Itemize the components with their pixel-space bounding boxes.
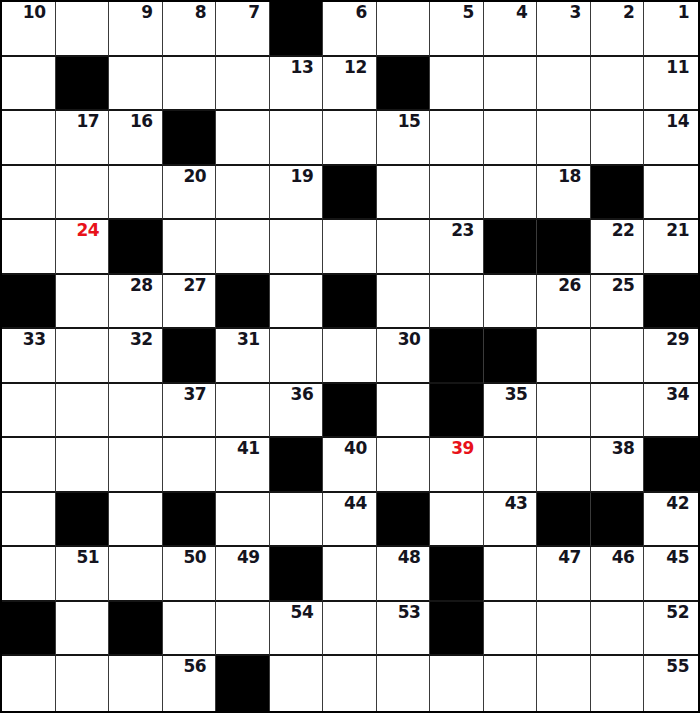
black-cell-r5c6	[323, 275, 377, 330]
crossword-cell-r12c7[interactable]	[377, 656, 431, 711]
clue-number-45: 45	[666, 548, 689, 568]
crossword-cell-r3c9[interactable]	[484, 166, 538, 221]
black-cell-r9c11	[591, 493, 645, 548]
black-cell-r5c4	[216, 275, 270, 330]
clue-number-47: 47	[558, 548, 581, 568]
crossword-cell-r4c8[interactable]: 23	[430, 220, 484, 275]
clue-number-32: 32	[130, 330, 153, 350]
clue-number-16: 16	[130, 112, 153, 132]
crossword-cell-r7c12[interactable]: 34	[644, 384, 698, 439]
crossword-cell-r12c0[interactable]	[2, 656, 56, 711]
clue-number-34: 34	[666, 385, 689, 405]
crossword-cell-r4c5[interactable]	[270, 220, 324, 275]
clue-number-1: 1	[678, 3, 689, 23]
crossword-cell-r8c6[interactable]: 40	[323, 438, 377, 493]
crossword-cell-r7c7[interactable]	[377, 384, 431, 439]
crossword-cell-r10c9[interactable]	[484, 547, 538, 602]
crossword-cell-r2c0[interactable]	[2, 111, 56, 166]
crossword-cell-r9c2[interactable]	[109, 493, 163, 548]
crossword-cell-r5c10[interactable]: 26	[537, 275, 591, 330]
crossword-cell-r4c12[interactable]: 21	[644, 220, 698, 275]
black-cell-r1c1	[56, 57, 110, 112]
crossword-cell-r4c4[interactable]	[216, 220, 270, 275]
clue-number-4: 4	[516, 3, 527, 23]
clue-number-37: 37	[183, 385, 206, 405]
crossword-cell-r12c12[interactable]: 55	[644, 656, 698, 711]
crossword-cell-r12c5[interactable]	[270, 656, 324, 711]
crossword-cell-r3c3[interactable]: 20	[163, 166, 217, 221]
clue-number-12: 12	[344, 58, 367, 78]
black-cell-r1c7	[377, 57, 431, 112]
clue-number-17: 17	[76, 112, 99, 132]
crossword-cell-r1c4[interactable]	[216, 57, 270, 112]
clue-number-2: 2	[623, 3, 634, 23]
crossword-cell-r11c6[interactable]	[323, 602, 377, 657]
clue-number-35: 35	[505, 385, 528, 405]
crossword-cell-r3c12[interactable]	[644, 166, 698, 221]
clue-number-46: 46	[612, 548, 635, 568]
clue-number-11: 11	[666, 58, 689, 78]
crossword-cell-r0c3[interactable]: 8	[163, 2, 217, 57]
crossword-cell-r2c6[interactable]	[323, 111, 377, 166]
clue-number-20: 20	[183, 167, 206, 187]
crossword-cell-r12c3[interactable]: 56	[163, 656, 217, 711]
crossword-cell-r7c10[interactable]	[537, 384, 591, 439]
crossword-cell-r0c12[interactable]: 1	[644, 2, 698, 57]
crossword-cell-r9c5[interactable]	[270, 493, 324, 548]
black-cell-r3c6	[323, 166, 377, 221]
crossword-cell-r1c10[interactable]	[537, 57, 591, 112]
crossword-cell-r2c9[interactable]	[484, 111, 538, 166]
crossword-cell-r12c8[interactable]	[430, 656, 484, 711]
crossword-cell-r6c5[interactable]	[270, 329, 324, 384]
crossword-cell-r1c9[interactable]	[484, 57, 538, 112]
black-cell-r4c10	[537, 220, 591, 275]
crossword-cell-r7c0[interactable]	[2, 384, 56, 439]
clue-number-25: 25	[612, 276, 635, 296]
crossword-cell-r10c0[interactable]	[2, 547, 56, 602]
clue-number-24: 24	[76, 221, 99, 241]
crossword-cell-r10c2[interactable]	[109, 547, 163, 602]
crossword-cell-r4c7[interactable]	[377, 220, 431, 275]
crossword-cell-r0c1[interactable]	[56, 2, 110, 57]
black-cell-r8c12	[644, 438, 698, 493]
clue-number-54: 54	[291, 603, 314, 623]
crossword-board: 1098765432113121117161514201918242322212…	[0, 0, 700, 713]
black-cell-r6c3	[163, 329, 217, 384]
crossword-cell-r0c10[interactable]: 3	[537, 2, 591, 57]
crossword-cell-r8c2[interactable]	[109, 438, 163, 493]
black-cell-r7c6	[323, 384, 377, 439]
clue-number-48: 48	[398, 548, 421, 568]
black-cell-r11c0	[2, 602, 56, 657]
crossword-cell-r5c8[interactable]	[430, 275, 484, 330]
crossword-cell-r2c10[interactable]	[537, 111, 591, 166]
black-cell-r10c8	[430, 547, 484, 602]
crossword-cell-r10c7[interactable]: 48	[377, 547, 431, 602]
crossword-cell-r2c4[interactable]	[216, 111, 270, 166]
clue-number-53: 53	[398, 603, 421, 623]
crossword-cell-r12c11[interactable]	[591, 656, 645, 711]
crossword-cell-r5c2[interactable]: 28	[109, 275, 163, 330]
black-cell-r9c1	[56, 493, 110, 548]
crossword-cell-r3c0[interactable]	[2, 166, 56, 221]
clue-number-49: 49	[237, 548, 260, 568]
crossword-cell-r6c12[interactable]: 29	[644, 329, 698, 384]
crossword-cell-r9c0[interactable]	[2, 493, 56, 548]
crossword-cell-r11c12[interactable]: 52	[644, 602, 698, 657]
clue-number-26: 26	[558, 276, 581, 296]
crossword-cell-r10c1[interactable]: 51	[56, 547, 110, 602]
clue-number-13: 13	[291, 58, 314, 78]
crossword-cell-r5c7[interactable]	[377, 275, 431, 330]
clue-number-14: 14	[666, 112, 689, 132]
black-cell-r9c7	[377, 493, 431, 548]
crossword-cell-r1c2[interactable]	[109, 57, 163, 112]
black-cell-r3c11	[591, 166, 645, 221]
crossword-cell-r9c12[interactable]: 42	[644, 493, 698, 548]
crossword-cell-r10c10[interactable]: 47	[537, 547, 591, 602]
crossword-cell-r0c6[interactable]: 6	[323, 2, 377, 57]
clue-number-9: 9	[141, 3, 152, 23]
crossword-cell-r7c1[interactable]	[56, 384, 110, 439]
crossword-cell-r12c10[interactable]	[537, 656, 591, 711]
clue-number-40: 40	[344, 439, 367, 459]
crossword-cell-r7c2[interactable]	[109, 384, 163, 439]
crossword-cell-r11c4[interactable]	[216, 602, 270, 657]
crossword-cell-r1c8[interactable]	[430, 57, 484, 112]
black-cell-r6c9	[484, 329, 538, 384]
crossword-cell-r1c3[interactable]	[163, 57, 217, 112]
crossword-cell-r0c7[interactable]	[377, 2, 431, 57]
clue-number-39: 39	[451, 439, 474, 459]
crossword-cell-r0c9[interactable]: 4	[484, 2, 538, 57]
crossword-cell-r10c12[interactable]: 45	[644, 547, 698, 602]
crossword-cell-r5c1[interactable]	[56, 275, 110, 330]
clue-number-30: 30	[398, 330, 421, 350]
crossword-cell-r5c11[interactable]: 25	[591, 275, 645, 330]
clue-number-33: 33	[23, 330, 46, 350]
crossword-cell-r10c4[interactable]: 49	[216, 547, 270, 602]
clue-number-6: 6	[355, 3, 366, 23]
crossword-cell-r6c2[interactable]: 32	[109, 329, 163, 384]
clue-number-10: 10	[23, 3, 46, 23]
black-cell-r9c10	[537, 493, 591, 548]
clue-number-23: 23	[451, 221, 474, 241]
black-cell-r4c9	[484, 220, 538, 275]
crossword-cell-r8c11[interactable]: 38	[591, 438, 645, 493]
crossword-cell-r6c10[interactable]	[537, 329, 591, 384]
crossword-cell-r11c3[interactable]	[163, 602, 217, 657]
clue-number-21: 21	[666, 221, 689, 241]
black-cell-r7c8	[430, 384, 484, 439]
crossword-cell-r10c3[interactable]: 50	[163, 547, 217, 602]
crossword-cell-r7c9[interactable]: 35	[484, 384, 538, 439]
crossword-cell-r11c7[interactable]: 53	[377, 602, 431, 657]
crossword-cell-r11c5[interactable]: 54	[270, 602, 324, 657]
black-cell-r9c3	[163, 493, 217, 548]
crossword-cell-r12c1[interactable]	[56, 656, 110, 711]
clue-number-3: 3	[570, 3, 581, 23]
crossword-cell-r1c11[interactable]	[591, 57, 645, 112]
crossword-cell-r3c10[interactable]: 18	[537, 166, 591, 221]
crossword-cell-r9c8[interactable]	[430, 493, 484, 548]
crossword-cell-r10c11[interactable]: 46	[591, 547, 645, 602]
crossword-cell-r6c11[interactable]	[591, 329, 645, 384]
clue-number-29: 29	[666, 330, 689, 350]
clue-number-42: 42	[666, 494, 689, 514]
black-cell-r12c4	[216, 656, 270, 711]
crossword-cell-r8c0[interactable]	[2, 438, 56, 493]
clue-number-22: 22	[612, 221, 635, 241]
black-cell-r11c8	[430, 602, 484, 657]
crossword-cell-r3c7[interactable]	[377, 166, 431, 221]
crossword-cell-r11c11[interactable]	[591, 602, 645, 657]
clue-number-19: 19	[291, 167, 314, 187]
crossword-cell-r6c7[interactable]: 30	[377, 329, 431, 384]
crossword-cell-r4c6[interactable]	[323, 220, 377, 275]
crossword-cell-r5c9[interactable]	[484, 275, 538, 330]
crossword-cell-r9c6[interactable]: 44	[323, 493, 377, 548]
crossword-cell-r2c1[interactable]: 17	[56, 111, 110, 166]
crossword-cell-r8c4[interactable]: 41	[216, 438, 270, 493]
crossword-cell-r0c2[interactable]: 9	[109, 2, 163, 57]
crossword-cell-r6c0[interactable]: 33	[2, 329, 56, 384]
crossword-cell-r8c9[interactable]	[484, 438, 538, 493]
clue-number-31: 31	[237, 330, 260, 350]
crossword-cell-r4c0[interactable]	[2, 220, 56, 275]
clue-number-5: 5	[463, 3, 474, 23]
crossword-cell-r2c7[interactable]: 15	[377, 111, 431, 166]
crossword-cell-r11c9[interactable]	[484, 602, 538, 657]
crossword-cell-r8c7[interactable]	[377, 438, 431, 493]
crossword-cell-r9c9[interactable]: 43	[484, 493, 538, 548]
crossword-cell-r12c6[interactable]	[323, 656, 377, 711]
black-cell-r4c2	[109, 220, 163, 275]
crossword-cell-r2c12[interactable]: 14	[644, 111, 698, 166]
crossword-cell-r3c8[interactable]	[430, 166, 484, 221]
black-cell-r5c0	[2, 275, 56, 330]
crossword-cell-r10c6[interactable]	[323, 547, 377, 602]
crossword-cell-r1c12[interactable]: 11	[644, 57, 698, 112]
crossword-cell-r5c3[interactable]: 27	[163, 275, 217, 330]
crossword-cell-r7c5[interactable]: 36	[270, 384, 324, 439]
crossword-cell-r5c5[interactable]	[270, 275, 324, 330]
crossword-cell-r6c6[interactable]	[323, 329, 377, 384]
black-cell-r0c5	[270, 2, 324, 57]
crossword-cell-r8c8[interactable]: 39	[430, 438, 484, 493]
clue-number-55: 55	[666, 657, 689, 677]
black-cell-r6c8	[430, 329, 484, 384]
clue-number-52: 52	[666, 603, 689, 623]
clue-number-18: 18	[558, 167, 581, 187]
clue-number-15: 15	[398, 112, 421, 132]
clue-number-8: 8	[195, 3, 206, 23]
crossword-cell-r7c4[interactable]	[216, 384, 270, 439]
crossword-cell-r3c4[interactable]	[216, 166, 270, 221]
clue-number-27: 27	[183, 276, 206, 296]
crossword-cell-r7c3[interactable]: 37	[163, 384, 217, 439]
crossword-cell-r1c5[interactable]: 13	[270, 57, 324, 112]
crossword-cell-r8c3[interactable]	[163, 438, 217, 493]
crossword-cell-r0c0[interactable]: 10	[2, 2, 56, 57]
clue-number-36: 36	[291, 385, 314, 405]
black-cell-r11c2	[109, 602, 163, 657]
crossword-cell-r2c11[interactable]	[591, 111, 645, 166]
crossword-cell-r0c4[interactable]: 7	[216, 2, 270, 57]
crossword-cell-r11c1[interactable]	[56, 602, 110, 657]
crossword-cell-r2c5[interactable]	[270, 111, 324, 166]
crossword-cell-r9c4[interactable]	[216, 493, 270, 548]
black-cell-r10c5	[270, 547, 324, 602]
clue-number-43: 43	[505, 494, 528, 514]
clue-number-41: 41	[237, 439, 260, 459]
crossword-cell-r1c6[interactable]: 12	[323, 57, 377, 112]
crossword-cell-r8c10[interactable]	[537, 438, 591, 493]
black-cell-r8c5	[270, 438, 324, 493]
crossword-cell-r1c0[interactable]	[2, 57, 56, 112]
crossword-cell-r4c11[interactable]: 22	[591, 220, 645, 275]
crossword-cell-r11c10[interactable]	[537, 602, 591, 657]
clue-number-51: 51	[76, 548, 99, 568]
crossword-cell-r8c1[interactable]	[56, 438, 110, 493]
crossword-cell-r12c9[interactable]	[484, 656, 538, 711]
crossword-cell-r3c1[interactable]	[56, 166, 110, 221]
crossword-cell-r4c1[interactable]: 24	[56, 220, 110, 275]
clue-number-28: 28	[130, 276, 153, 296]
crossword-cell-r6c1[interactable]	[56, 329, 110, 384]
crossword-cell-r0c11[interactable]: 2	[591, 2, 645, 57]
black-cell-r5c12	[644, 275, 698, 330]
crossword-cell-r6c4[interactable]: 31	[216, 329, 270, 384]
black-cell-r2c3	[163, 111, 217, 166]
crossword-cell-r2c8[interactable]	[430, 111, 484, 166]
clue-number-56: 56	[183, 657, 206, 677]
crossword-cell-r4c3[interactable]	[163, 220, 217, 275]
crossword-cell-r2c2[interactable]: 16	[109, 111, 163, 166]
clue-number-44: 44	[344, 494, 367, 514]
crossword-cell-r7c11[interactable]	[591, 384, 645, 439]
crossword-cell-r3c5[interactable]: 19	[270, 166, 324, 221]
clue-number-7: 7	[248, 3, 259, 23]
crossword-cell-r12c2[interactable]	[109, 656, 163, 711]
clue-number-38: 38	[612, 439, 635, 459]
crossword-cell-r3c2[interactable]	[109, 166, 163, 221]
clue-number-50: 50	[183, 548, 206, 568]
crossword-cell-r0c8[interactable]: 5	[430, 2, 484, 57]
